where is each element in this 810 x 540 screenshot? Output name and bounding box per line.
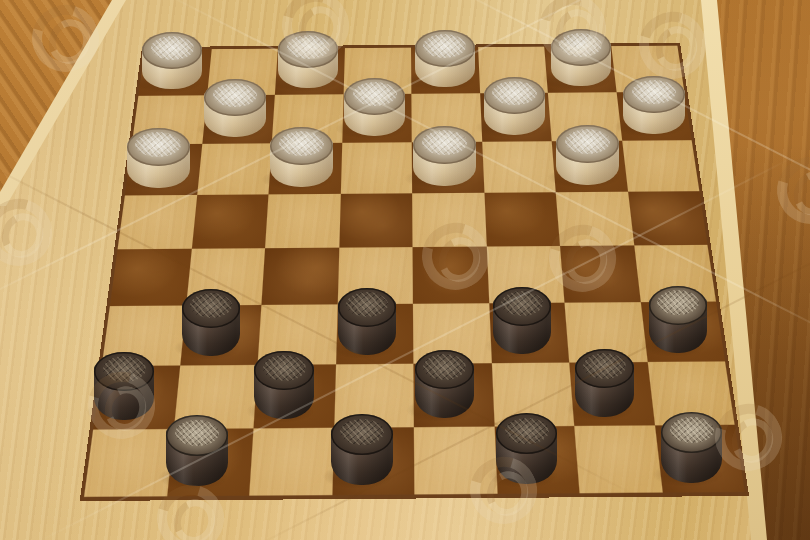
piece-top-scuff [175,420,219,447]
piece-top [493,287,551,326]
piece-top [254,351,314,391]
piece-top-scuff [505,418,549,445]
watermark-swirl-icon [773,153,810,227]
checker-dark-r7c5[interactable] [415,350,475,419]
piece-top [623,76,684,113]
piece-top-scuff [263,355,306,381]
piece-top [204,79,265,116]
square-r5c3-dark[interactable] [261,248,338,305]
piece-top-scuff [353,82,397,106]
piece-top [344,78,405,115]
checker-white-r3c1[interactable] [127,128,190,188]
checker-white-r1c1[interactable] [142,32,202,89]
square-r4c5-light[interactable] [412,193,486,247]
checker-dark-r8c2[interactable] [166,415,227,486]
piece-top [338,288,396,327]
square-r3c4-light[interactable] [340,142,412,194]
piece-top-scuff [135,132,180,157]
piece-top [415,30,475,66]
checker-dark-r6c2[interactable] [182,289,240,356]
square-r3c6-light[interactable] [482,141,556,193]
checker-white-r3c5[interactable] [413,126,476,186]
piece-top [413,126,476,164]
piece-top-scuff [492,81,536,105]
checker-dark-r7c7[interactable] [575,349,635,418]
piece-top [182,289,240,328]
square-r3c8-light[interactable] [622,140,700,192]
piece-top [166,415,227,456]
checker-dark-r6c6[interactable] [493,287,551,354]
piece-top [270,127,333,165]
piece-top-scuff [287,35,330,59]
checker-dark-r8c6[interactable] [496,413,557,484]
piece-top-scuff [346,292,388,317]
piece-top [649,286,707,325]
checker-dark-r6c4[interactable] [338,288,396,355]
checker-dark-r7c1[interactable] [94,352,154,421]
square-r8c3-light[interactable] [249,428,333,496]
checker-dark-r7c3[interactable] [254,351,314,420]
piece-top [415,350,475,390]
piece-top-scuff [151,36,194,60]
checker-dark-r8c8[interactable] [661,412,722,483]
checker-white-r2c8[interactable] [623,76,684,134]
checker-white-r1c7[interactable] [551,29,611,86]
square-r3c2-light[interactable] [197,143,272,195]
checker-white-r2c4[interactable] [344,78,405,136]
piece-top-scuff [103,356,146,382]
square-r4c3-light[interactable] [265,194,340,248]
piece-top-scuff [190,293,232,318]
piece-top-scuff [423,34,466,58]
checker-white-r3c3[interactable] [270,127,333,187]
checker-white-r3c7[interactable] [556,125,619,185]
checker-dark-r6c8[interactable] [649,286,707,353]
square-r4c8-dark[interactable] [628,191,708,245]
piece-top [551,29,611,65]
piece-top-scuff [501,291,543,316]
checker-white-r2c2[interactable] [204,79,265,137]
checker-white-r1c3[interactable] [278,31,338,88]
piece-top-scuff [340,419,384,446]
square-r4c7-light[interactable] [556,192,634,246]
checkers-board-photo [0,0,810,540]
checker-white-r2c6[interactable] [484,77,545,135]
square-r4c1-light[interactable] [118,195,197,249]
square-r8c7-light[interactable] [574,425,662,493]
piece-top-scuff [565,129,610,154]
piece-top [484,77,545,114]
square-r5c1-dark[interactable] [110,249,191,306]
piece-top [142,32,202,68]
piece-top [278,31,338,67]
piece-top-scuff [422,130,467,155]
piece-top-scuff [423,354,466,380]
piece-top [331,414,392,455]
piece-top [94,352,154,392]
square-r8c1-light[interactable] [84,429,173,497]
checker-dark-r8c4[interactable] [331,414,392,485]
square-r5c7-dark[interactable] [560,245,640,302]
piece-top-scuff [670,417,714,444]
piece-top-scuff [657,290,699,315]
piece-top-scuff [279,131,324,156]
piece-top-scuff [583,353,626,379]
piece-top-scuff [632,80,676,104]
piece-top-scuff [559,33,602,57]
piece-top [127,128,190,166]
square-r4c6-dark[interactable] [484,192,560,246]
square-r5c5-dark[interactable] [413,247,489,304]
square-r4c4-dark[interactable] [339,193,413,247]
checker-white-r1c5[interactable] [415,30,475,87]
square-r4c2-dark[interactable] [191,194,268,248]
piece-top-scuff [213,83,257,107]
square-r8c5-light[interactable] [414,427,497,495]
